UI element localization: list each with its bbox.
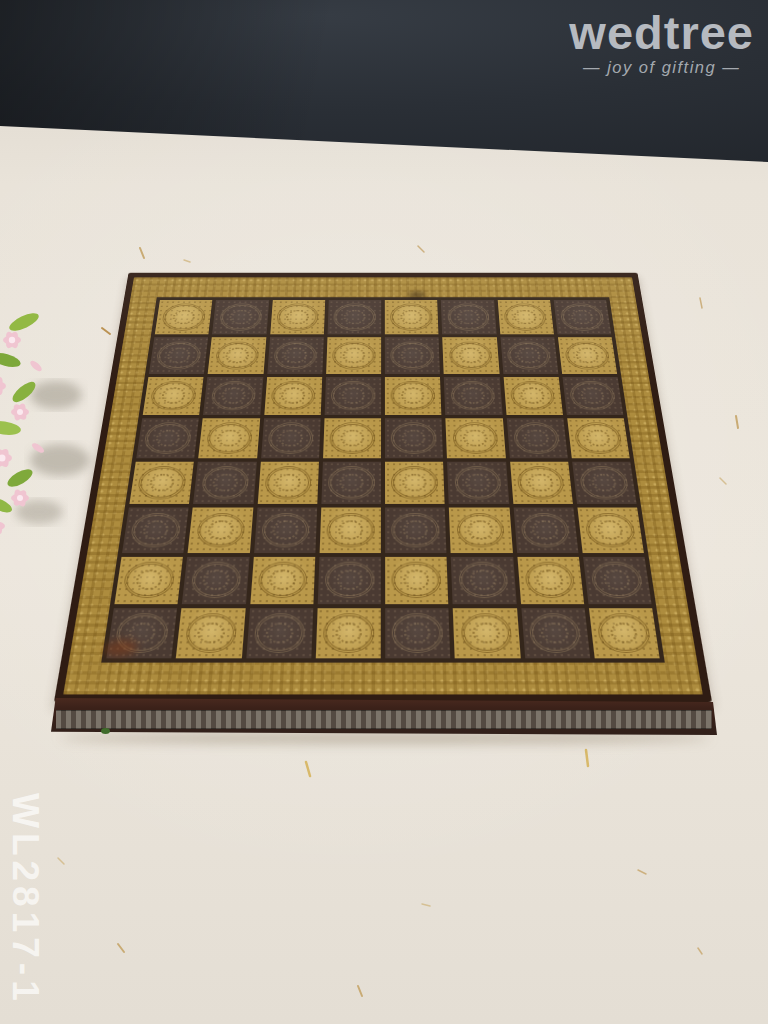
square-f6 <box>444 377 502 415</box>
square-d5 <box>323 418 381 458</box>
square-d2 <box>317 556 380 603</box>
square-d6 <box>324 377 381 415</box>
square-f2 <box>451 556 516 603</box>
square-a2 <box>114 556 183 603</box>
square-c7 <box>267 337 324 373</box>
board-gold-border <box>63 277 703 694</box>
square-a6 <box>143 377 204 415</box>
square-d3 <box>319 508 381 553</box>
square-g1 <box>521 608 590 658</box>
square-b7 <box>208 337 266 373</box>
square-f3 <box>449 508 512 553</box>
square-g4 <box>510 462 573 504</box>
square-a3 <box>122 508 189 553</box>
square-e7 <box>385 337 440 373</box>
board-mark <box>408 292 426 298</box>
square-e2 <box>385 556 448 603</box>
board-shadow <box>60 733 710 743</box>
square-c6 <box>264 377 322 415</box>
square-f5 <box>446 418 506 458</box>
square-g7 <box>500 337 558 373</box>
square-a8 <box>155 300 213 334</box>
square-c3 <box>254 508 317 553</box>
square-b3 <box>188 508 253 553</box>
square-g3 <box>513 508 578 553</box>
square-a4 <box>129 462 194 504</box>
square-c5 <box>261 418 321 458</box>
square-h2 <box>583 556 652 603</box>
square-b4 <box>193 462 256 504</box>
green-speck <box>101 728 110 734</box>
square-e4 <box>385 462 445 504</box>
square-e8 <box>385 300 439 334</box>
square-d4 <box>321 462 381 504</box>
square-c1 <box>246 608 313 658</box>
square-b2 <box>182 556 249 603</box>
square-b6 <box>203 377 263 415</box>
square-h1 <box>589 608 660 658</box>
square-d7 <box>326 337 381 373</box>
square-e6 <box>385 377 442 415</box>
board-inner-frame <box>101 297 665 662</box>
square-h3 <box>577 508 644 553</box>
square-b8 <box>212 300 268 334</box>
board-front-embossed-band <box>56 710 711 729</box>
square-h6 <box>562 377 623 415</box>
brand-logo-block: wedtree — joy of gifting — <box>569 8 754 77</box>
square-f1 <box>453 608 520 658</box>
square-e1 <box>385 608 450 658</box>
square-e5 <box>385 418 443 458</box>
square-g8 <box>497 300 553 334</box>
square-c4 <box>257 462 318 504</box>
square-f8 <box>441 300 496 334</box>
square-a5 <box>136 418 199 458</box>
product-code-watermark: WL2817-1 <box>4 793 46 1024</box>
square-f7 <box>442 337 499 373</box>
brand-logo: wedtree <box>569 8 754 57</box>
square-g5 <box>506 418 567 458</box>
square-e3 <box>385 508 447 553</box>
flower-decoration <box>0 300 104 535</box>
square-b1 <box>176 608 245 658</box>
brand-tagline: — joy of gifting — <box>569 58 754 77</box>
square-c2 <box>250 556 315 603</box>
square-h5 <box>567 418 630 458</box>
square-d8 <box>327 300 381 334</box>
square-f4 <box>447 462 508 504</box>
square-h8 <box>553 300 611 334</box>
square-c8 <box>270 300 325 334</box>
square-d1 <box>316 608 381 658</box>
square-b5 <box>198 418 259 458</box>
square-g2 <box>517 556 584 603</box>
square-h7 <box>558 337 617 373</box>
square-a7 <box>149 337 208 373</box>
square-h4 <box>572 462 637 504</box>
chess-board <box>54 273 712 703</box>
board-grid <box>106 300 659 658</box>
board-front-edge <box>51 698 717 735</box>
square-g6 <box>503 377 563 415</box>
